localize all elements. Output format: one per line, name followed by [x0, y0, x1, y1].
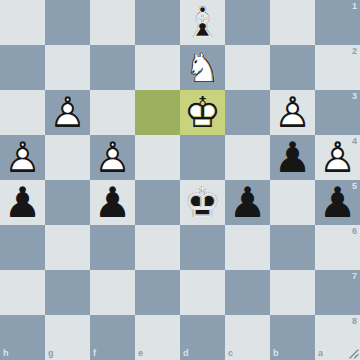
square-b8[interactable]: b — [270, 315, 315, 360]
white-king-icon: ♚ — [180, 90, 225, 135]
black-king[interactable]: ♚♔ — [180, 180, 225, 225]
rank-label-1: 1 — [352, 2, 357, 11]
board-resize-handle-icon[interactable] — [347, 347, 359, 359]
square-a7[interactable]: 7 — [315, 270, 360, 315]
rank-label-8: 8 — [352, 317, 357, 326]
square-d8[interactable]: d — [180, 315, 225, 360]
square-c7[interactable] — [225, 270, 270, 315]
square-a4[interactable]: 4♟♙ — [315, 135, 360, 180]
black-pawn-icon: ♟ — [315, 180, 360, 225]
square-h3[interactable] — [0, 90, 45, 135]
square-e3[interactable] — [135, 90, 180, 135]
white-pawn[interactable]: ♟♙ — [45, 90, 90, 135]
white-pawn-icon: ♟ — [0, 135, 45, 180]
square-b1[interactable] — [270, 0, 315, 45]
white-pawn-icon: ♟ — [45, 90, 90, 135]
black-pawn-icon: ♟ — [90, 180, 135, 225]
rank-label-2: 2 — [352, 47, 357, 56]
square-h7[interactable] — [0, 270, 45, 315]
file-label-a: a — [318, 349, 323, 358]
white-pawn-outline-icon: ♙ — [45, 90, 90, 135]
white-knight-icon: ♞ — [180, 45, 225, 90]
square-e5[interactable] — [135, 180, 180, 225]
black-pawn[interactable]: ♟ — [270, 135, 315, 180]
square-e7[interactable] — [135, 270, 180, 315]
square-g6[interactable] — [45, 225, 90, 270]
square-e8[interactable]: e — [135, 315, 180, 360]
square-c1[interactable] — [225, 0, 270, 45]
white-knight[interactable]: ♞♘ — [180, 45, 225, 90]
black-bishop-outline-icon: ♗ — [180, 0, 225, 45]
square-f8[interactable]: f — [90, 315, 135, 360]
square-g5[interactable] — [45, 180, 90, 225]
file-label-h: h — [3, 349, 9, 358]
square-h8[interactable]: h — [0, 315, 45, 360]
white-pawn-icon: ♟ — [270, 90, 315, 135]
chess-board: ♝♗1♞♘2♟♙♚♔♟♙3♟♙♟♙♟4♟♙♟♟♚♔♟5♟67hgfedcb8a — [0, 0, 360, 360]
square-b5[interactable] — [270, 180, 315, 225]
white-pawn-outline-icon: ♙ — [270, 90, 315, 135]
square-d1[interactable]: ♝♗ — [180, 0, 225, 45]
square-g7[interactable] — [45, 270, 90, 315]
rank-label-6: 6 — [352, 227, 357, 236]
square-c8[interactable]: c — [225, 315, 270, 360]
square-b4[interactable]: ♟ — [270, 135, 315, 180]
white-king[interactable]: ♚♔ — [180, 90, 225, 135]
white-pawn[interactable]: ♟♙ — [315, 135, 360, 180]
white-pawn-outline-icon: ♙ — [315, 135, 360, 180]
square-g1[interactable] — [45, 0, 90, 45]
white-pawn[interactable]: ♟♙ — [270, 90, 315, 135]
square-h2[interactable] — [0, 45, 45, 90]
black-pawn-icon: ♟ — [0, 180, 45, 225]
white-pawn-outline-icon: ♙ — [90, 135, 135, 180]
square-f2[interactable] — [90, 45, 135, 90]
rank-label-7: 7 — [352, 272, 357, 281]
rank-label-3: 3 — [352, 92, 357, 101]
square-f3[interactable] — [90, 90, 135, 135]
square-f6[interactable] — [90, 225, 135, 270]
square-c4[interactable] — [225, 135, 270, 180]
square-c6[interactable] — [225, 225, 270, 270]
square-a1[interactable]: 1 — [315, 0, 360, 45]
square-b3[interactable]: ♟♙ — [270, 90, 315, 135]
file-label-f: f — [93, 349, 96, 358]
square-a6[interactable]: 6 — [315, 225, 360, 270]
white-pawn-icon: ♟ — [315, 135, 360, 180]
black-pawn[interactable]: ♟ — [0, 180, 45, 225]
square-a3[interactable]: 3 — [315, 90, 360, 135]
square-h1[interactable] — [0, 0, 45, 45]
white-pawn-icon: ♟ — [90, 135, 135, 180]
square-g3[interactable]: ♟♙ — [45, 90, 90, 135]
square-b7[interactable] — [270, 270, 315, 315]
black-pawn[interactable]: ♟ — [225, 180, 270, 225]
square-d3[interactable]: ♚♔ — [180, 90, 225, 135]
square-d7[interactable] — [180, 270, 225, 315]
black-bishop[interactable]: ♝♗ — [180, 0, 225, 45]
square-h5[interactable]: ♟ — [0, 180, 45, 225]
file-label-b: b — [273, 349, 279, 358]
square-h6[interactable] — [0, 225, 45, 270]
square-a2[interactable]: 2 — [315, 45, 360, 90]
square-g2[interactable] — [45, 45, 90, 90]
square-b2[interactable] — [270, 45, 315, 90]
square-e2[interactable] — [135, 45, 180, 90]
white-king-outline-icon: ♔ — [180, 90, 225, 135]
square-e6[interactable] — [135, 225, 180, 270]
square-c5[interactable]: ♟ — [225, 180, 270, 225]
square-d4[interactable] — [180, 135, 225, 180]
file-label-e: e — [138, 349, 143, 358]
square-f4[interactable]: ♟♙ — [90, 135, 135, 180]
black-king-icon: ♚ — [180, 180, 225, 225]
square-h4[interactable]: ♟♙ — [0, 135, 45, 180]
square-b6[interactable] — [270, 225, 315, 270]
black-king-outline-icon: ♔ — [180, 180, 225, 225]
square-e4[interactable] — [135, 135, 180, 180]
square-a5[interactable]: 5♟ — [315, 180, 360, 225]
black-bishop-icon: ♝ — [180, 0, 225, 45]
black-pawn[interactable]: ♟ — [315, 180, 360, 225]
file-label-g: g — [48, 349, 54, 358]
square-e1[interactable] — [135, 0, 180, 45]
black-pawn-icon: ♟ — [225, 180, 270, 225]
square-f7[interactable] — [90, 270, 135, 315]
file-label-d: d — [183, 349, 189, 358]
square-d2[interactable]: ♞♘ — [180, 45, 225, 90]
square-f1[interactable] — [90, 0, 135, 45]
white-knight-outline-icon: ♘ — [180, 45, 225, 90]
white-pawn-outline-icon: ♙ — [0, 135, 45, 180]
white-pawn[interactable]: ♟♙ — [90, 135, 135, 180]
square-d5[interactable]: ♚♔ — [180, 180, 225, 225]
square-f5[interactable]: ♟ — [90, 180, 135, 225]
square-g4[interactable] — [45, 135, 90, 180]
white-pawn[interactable]: ♟♙ — [0, 135, 45, 180]
square-c2[interactable] — [225, 45, 270, 90]
square-d6[interactable] — [180, 225, 225, 270]
square-g8[interactable]: g — [45, 315, 90, 360]
black-pawn-icon: ♟ — [270, 135, 315, 180]
black-pawn[interactable]: ♟ — [90, 180, 135, 225]
square-c3[interactable] — [225, 90, 270, 135]
file-label-c: c — [228, 349, 233, 358]
